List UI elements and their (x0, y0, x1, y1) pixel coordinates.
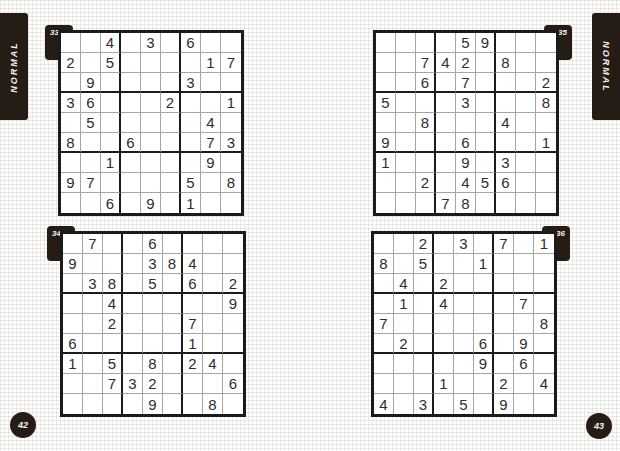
sudoku-cell-empty[interactable] (63, 314, 83, 334)
sudoku-cell-empty[interactable] (514, 274, 534, 294)
sudoku-cell-empty[interactable] (223, 254, 243, 274)
sudoku-cell-empty[interactable] (396, 113, 416, 133)
book-spread: NORMAL NORMAL 33 43625179336215486731997… (0, 0, 620, 451)
sudoku-cell-empty[interactable] (163, 334, 183, 354)
sudoku-cell-empty[interactable] (496, 133, 516, 153)
sudoku-cell-empty[interactable] (416, 93, 436, 113)
sudoku-cell-empty[interactable] (161, 53, 181, 73)
sudoku-cell-empty[interactable] (121, 153, 141, 173)
sudoku-cell-empty[interactable] (376, 33, 396, 53)
sudoku-cell-empty[interactable] (221, 33, 241, 53)
sudoku-cell-given: 3 (221, 133, 241, 153)
sudoku-cell-given: 3 (123, 374, 143, 394)
sudoku-cell-empty[interactable] (63, 274, 83, 294)
sudoku-cell-given: 7 (456, 73, 476, 93)
sudoku-cell-empty[interactable] (516, 193, 536, 213)
sudoku-cell-empty[interactable] (534, 334, 554, 354)
sudoku-cell-empty[interactable] (534, 274, 554, 294)
sudoku-cell-given: 8 (143, 354, 163, 374)
sudoku-cell-empty[interactable] (221, 113, 241, 133)
sudoku-cell-empty[interactable] (494, 314, 514, 334)
sudoku-cell-given: 9 (456, 153, 476, 173)
sudoku-cell-empty[interactable] (516, 73, 536, 93)
sudoku-cell-given: 2 (223, 274, 243, 294)
difficulty-tab-right: NORMAL (592, 13, 620, 120)
sudoku-cell-empty[interactable] (203, 274, 223, 294)
sudoku-cell-given: 2 (161, 93, 181, 113)
sudoku-cell-given: 4 (534, 374, 554, 394)
difficulty-tab-left: NORMAL (0, 13, 28, 120)
sudoku-cell-empty[interactable] (161, 33, 181, 53)
sudoku-cell-empty[interactable] (434, 314, 454, 334)
page-number-right-label: 43 (594, 421, 604, 431)
sudoku-cell-given: 1 (63, 354, 83, 374)
sudoku-cell-empty[interactable] (203, 374, 223, 394)
sudoku-cell-given: 9 (63, 254, 83, 274)
sudoku-cell-empty[interactable] (121, 53, 141, 73)
sudoku-cell-given: 9 (514, 334, 534, 354)
sudoku-cell-empty[interactable] (83, 354, 103, 374)
sudoku-cell-empty[interactable] (221, 73, 241, 93)
sudoku-cell-empty[interactable] (83, 314, 103, 334)
sudoku-cell-empty[interactable] (454, 254, 474, 274)
sudoku-cell-empty[interactable] (83, 394, 103, 414)
sudoku-cell-given: 4 (203, 354, 223, 374)
sudoku-cell-empty[interactable] (103, 234, 123, 254)
sudoku-cell-empty[interactable] (163, 374, 183, 394)
sudoku-cell-empty[interactable] (454, 354, 474, 374)
sudoku-cell-empty[interactable] (163, 314, 183, 334)
sudoku-cell-empty[interactable] (181, 113, 201, 133)
sudoku-cell-empty[interactable] (396, 53, 416, 73)
sudoku-cell-given: 7 (374, 314, 394, 334)
sudoku-cell-empty[interactable] (414, 334, 434, 354)
sudoku-cell-empty[interactable] (201, 173, 221, 193)
sudoku-cell-empty[interactable] (436, 173, 456, 193)
sudoku-cell-empty[interactable] (496, 73, 516, 93)
sudoku-cell-empty[interactable] (376, 73, 396, 93)
sudoku-cell-empty[interactable] (416, 193, 436, 213)
sudoku-cell-empty[interactable] (163, 274, 183, 294)
sudoku-cell-empty[interactable] (516, 33, 536, 53)
page-number-left-label: 42 (18, 420, 28, 430)
sudoku-cell-given: 5 (103, 354, 123, 374)
sudoku-cell-empty[interactable] (203, 294, 223, 314)
sudoku-cell-empty[interactable] (474, 374, 494, 394)
sudoku-cell-empty[interactable] (181, 133, 201, 153)
puzzle-36: 36 23718514214778269961244359 (371, 231, 557, 417)
sudoku-cell-given: 4 (103, 294, 123, 314)
sudoku-cell-given: 2 (456, 53, 476, 73)
sudoku-cell-empty[interactable] (476, 153, 496, 173)
sudoku-cell-empty[interactable] (454, 374, 474, 394)
sudoku-cell-empty[interactable] (494, 334, 514, 354)
sudoku-cell-given: 5 (101, 53, 121, 73)
sudoku-cell-empty[interactable] (121, 173, 141, 193)
sudoku-cell-empty[interactable] (143, 334, 163, 354)
sudoku-cell-empty[interactable] (396, 33, 416, 53)
sudoku-cell-empty[interactable] (83, 374, 103, 394)
sudoku-cell-empty[interactable] (454, 334, 474, 354)
sudoku-cell-empty[interactable] (414, 274, 434, 294)
sudoku-cell-given: 8 (203, 394, 223, 414)
difficulty-tab-left-label: NORMAL (9, 41, 19, 93)
sudoku-cell-empty[interactable] (494, 254, 514, 274)
sudoku-cell-empty[interactable] (63, 234, 83, 254)
sudoku-cell-empty[interactable] (414, 374, 434, 394)
sudoku-cell-empty[interactable] (161, 133, 181, 153)
sudoku-cell-given: 1 (376, 153, 396, 173)
sudoku-cell-empty[interactable] (374, 294, 394, 314)
sudoku-cell-empty[interactable] (121, 93, 141, 113)
sudoku-cell-given: 1 (201, 53, 221, 73)
sudoku-cell-empty[interactable] (536, 173, 556, 193)
sudoku-cell-empty[interactable] (454, 294, 474, 314)
sudoku-cell-given: 2 (414, 234, 434, 254)
sudoku-cell-empty[interactable] (416, 133, 436, 153)
sudoku-cell-empty[interactable] (394, 234, 414, 254)
sudoku-cell-empty[interactable] (183, 294, 203, 314)
sudoku-cell-empty[interactable] (101, 133, 121, 153)
sudoku-cell-empty[interactable] (221, 153, 241, 173)
sudoku-cell-empty[interactable] (63, 294, 83, 314)
sudoku-cell-empty[interactable] (474, 314, 494, 334)
sudoku-cell-empty[interactable] (203, 234, 223, 254)
sudoku-cell-empty[interactable] (223, 354, 243, 374)
sudoku-cell-empty[interactable] (516, 173, 536, 193)
sudoku-cell-given: 7 (183, 314, 203, 334)
puzzle-34: 34 7693843856249276115824732698 (60, 231, 246, 417)
sudoku-cell-empty[interactable] (396, 153, 416, 173)
sudoku-cell-empty[interactable] (414, 314, 434, 334)
sudoku-cell-empty[interactable] (63, 374, 83, 394)
sudoku-cell-given: 6 (416, 73, 436, 93)
sudoku-cell-given: 2 (536, 73, 556, 93)
sudoku-cell-empty[interactable] (476, 93, 496, 113)
sudoku-cell-given: 1 (474, 254, 494, 274)
sudoku-cell-empty[interactable] (81, 193, 101, 213)
sudoku-cell-empty[interactable] (534, 394, 554, 414)
sudoku-cell-given: 7 (221, 53, 241, 73)
sudoku-cell-empty[interactable] (161, 173, 181, 193)
sudoku-cell-given: 1 (434, 374, 454, 394)
sudoku-cell-empty[interactable] (536, 53, 556, 73)
sudoku-cell-empty[interactable] (101, 73, 121, 93)
sudoku-cell-given: 4 (183, 254, 203, 274)
sudoku-cell-given: 7 (81, 173, 101, 193)
sudoku-cell-empty[interactable] (434, 394, 454, 414)
sudoku-cell-empty[interactable] (514, 314, 534, 334)
sudoku-cell-given: 6 (81, 93, 101, 113)
sudoku-cell-empty[interactable] (101, 113, 121, 133)
sudoku-cell-empty[interactable] (414, 354, 434, 374)
sudoku-cell-empty[interactable] (374, 354, 394, 374)
sudoku-cell-empty[interactable] (496, 193, 516, 213)
sudoku-cell-given: 8 (374, 254, 394, 274)
sudoku-cell-empty[interactable] (83, 334, 103, 354)
sudoku-cell-empty[interactable] (141, 153, 161, 173)
sudoku-cell-empty[interactable] (101, 93, 121, 113)
sudoku-cell-empty[interactable] (536, 33, 556, 53)
sudoku-cell-empty[interactable] (201, 73, 221, 93)
sudoku-cell-empty[interactable] (121, 113, 141, 133)
sudoku-cell-given: 6 (183, 274, 203, 294)
sudoku-cell-empty[interactable] (494, 294, 514, 314)
sudoku-cell-empty[interactable] (374, 274, 394, 294)
sudoku-cell-given: 4 (436, 53, 456, 73)
sudoku-cell-given: 4 (394, 274, 414, 294)
sudoku-cell-empty[interactable] (416, 33, 436, 53)
sudoku-cell-empty[interactable] (201, 93, 221, 113)
sudoku-grid-35: 59742867253884961193245678 (373, 30, 559, 216)
sudoku-cell-empty[interactable] (434, 254, 454, 274)
sudoku-cell-empty[interactable] (476, 53, 496, 73)
sudoku-cell-empty[interactable] (514, 374, 534, 394)
sudoku-cell-empty[interactable] (376, 113, 396, 133)
puzzle-number: 36 (556, 229, 565, 238)
sudoku-cell-empty[interactable] (394, 254, 414, 274)
sudoku-cell-empty[interactable] (514, 254, 534, 274)
sudoku-cell-empty[interactable] (396, 93, 416, 113)
sudoku-cell-empty[interactable] (474, 294, 494, 314)
sudoku-cell-given: 2 (416, 173, 436, 193)
sudoku-cell-empty[interactable] (394, 374, 414, 394)
sudoku-cell-empty[interactable] (396, 173, 416, 193)
sudoku-cell-empty[interactable] (123, 294, 143, 314)
sudoku-cell-empty[interactable] (516, 153, 536, 173)
sudoku-cell-empty[interactable] (436, 113, 456, 133)
sudoku-cell-empty[interactable] (494, 274, 514, 294)
sudoku-cell-empty[interactable] (474, 394, 494, 414)
sudoku-cell-empty[interactable] (223, 334, 243, 354)
sudoku-cell-given: 3 (496, 153, 516, 173)
sudoku-cell-empty[interactable] (396, 133, 416, 153)
sudoku-cell-empty[interactable] (103, 334, 123, 354)
sudoku-cell-empty[interactable] (163, 354, 183, 374)
sudoku-cell-empty[interactable] (514, 394, 534, 414)
sudoku-cell-empty[interactable] (514, 234, 534, 254)
sudoku-cell-empty[interactable] (454, 314, 474, 334)
sudoku-cell-empty[interactable] (123, 354, 143, 374)
sudoku-cell-empty[interactable] (141, 73, 161, 93)
sudoku-cell-empty[interactable] (123, 254, 143, 274)
sudoku-cell-given: 6 (474, 334, 494, 354)
sudoku-cell-empty[interactable] (376, 173, 396, 193)
sudoku-cell-empty[interactable] (81, 153, 101, 173)
sudoku-cell-empty[interactable] (496, 93, 516, 113)
sudoku-cell-empty[interactable] (474, 274, 494, 294)
sudoku-cell-given: 2 (494, 374, 514, 394)
sudoku-cell-empty[interactable] (516, 53, 536, 73)
sudoku-cell-empty[interactable] (81, 33, 101, 53)
sudoku-cell-empty[interactable] (61, 153, 81, 173)
sudoku-cell-given: 5 (456, 33, 476, 53)
sudoku-cell-empty[interactable] (123, 274, 143, 294)
sudoku-cell-empty[interactable] (374, 234, 394, 254)
sudoku-cell-empty[interactable] (394, 314, 414, 334)
sudoku-cell-given: 2 (103, 314, 123, 334)
sudoku-cell-given: 9 (143, 394, 163, 414)
sudoku-cell-empty[interactable] (434, 354, 454, 374)
sudoku-cell-given: 5 (81, 113, 101, 133)
sudoku-cell-empty[interactable] (181, 53, 201, 73)
sudoku-cell-empty[interactable] (536, 113, 556, 133)
sudoku-cell-empty[interactable] (181, 153, 201, 173)
sudoku-cell-empty[interactable] (434, 234, 454, 254)
sudoku-cell-empty[interactable] (183, 394, 203, 414)
sudoku-cell-empty[interactable] (61, 193, 81, 213)
sudoku-cell-empty[interactable] (203, 254, 223, 274)
sudoku-cell-given: 8 (416, 113, 436, 133)
sudoku-cell-empty[interactable] (161, 153, 181, 173)
sudoku-cell-empty[interactable] (476, 193, 496, 213)
sudoku-cell-empty[interactable] (101, 173, 121, 193)
sudoku-cell-empty[interactable] (436, 133, 456, 153)
sudoku-cell-empty[interactable] (63, 394, 83, 414)
sudoku-cell-empty[interactable] (83, 294, 103, 314)
sudoku-cell-given: 9 (376, 133, 396, 153)
sudoku-cell-empty[interactable] (534, 294, 554, 314)
sudoku-cell-empty[interactable] (476, 73, 496, 93)
sudoku-cell-empty[interactable] (123, 314, 143, 334)
sudoku-cell-empty[interactable] (396, 193, 416, 213)
sudoku-cell-empty[interactable] (141, 93, 161, 113)
sudoku-cell-empty[interactable] (143, 294, 163, 314)
sudoku-cell-given: 8 (221, 173, 241, 193)
sudoku-cell-given: 3 (414, 394, 434, 414)
sudoku-grid-34: 7693843856249276115824732698 (60, 231, 246, 417)
sudoku-cell-given: 1 (221, 93, 241, 113)
sudoku-cell-empty[interactable] (494, 354, 514, 374)
sudoku-cell-empty[interactable] (516, 93, 536, 113)
sudoku-cell-empty[interactable] (183, 374, 203, 394)
sudoku-cell-empty[interactable] (121, 193, 141, 213)
sudoku-cell-given: 7 (494, 234, 514, 254)
sudoku-cell-empty[interactable] (201, 193, 221, 213)
sudoku-cell-given: 9 (61, 173, 81, 193)
sudoku-cell-given: 5 (454, 394, 474, 414)
sudoku-cell-empty[interactable] (123, 334, 143, 354)
sudoku-cell-empty[interactable] (181, 93, 201, 113)
sudoku-cell-empty[interactable] (161, 73, 181, 93)
sudoku-cell-given: 4 (496, 113, 516, 133)
sudoku-cell-given: 8 (61, 133, 81, 153)
sudoku-cell-empty[interactable] (376, 53, 396, 73)
sudoku-cell-empty[interactable] (474, 234, 494, 254)
sudoku-cell-empty[interactable] (123, 394, 143, 414)
sudoku-cell-empty[interactable] (376, 193, 396, 213)
sudoku-cell-empty[interactable] (534, 254, 554, 274)
sudoku-cell-given: 6 (143, 234, 163, 254)
sudoku-cell-empty[interactable] (141, 133, 161, 153)
sudoku-cell-given: 2 (61, 53, 81, 73)
sudoku-cell-empty[interactable] (374, 334, 394, 354)
sudoku-cell-empty[interactable] (516, 113, 536, 133)
sudoku-cell-empty[interactable] (394, 354, 414, 374)
sudoku-cell-empty[interactable] (81, 53, 101, 73)
sudoku-cell-given: 8 (103, 274, 123, 294)
sudoku-cell-empty[interactable] (123, 234, 143, 254)
sudoku-cell-empty[interactable] (203, 314, 223, 334)
sudoku-cell-empty[interactable] (436, 73, 456, 93)
sudoku-cell-empty[interactable] (223, 314, 243, 334)
sudoku-cell-empty[interactable] (436, 153, 456, 173)
sudoku-cell-empty[interactable] (534, 354, 554, 374)
sudoku-cell-empty[interactable] (414, 294, 434, 314)
sudoku-cell-empty[interactable] (121, 33, 141, 53)
sudoku-cell-empty[interactable] (163, 294, 183, 314)
sudoku-cell-empty[interactable] (121, 73, 141, 93)
sudoku-cell-empty[interactable] (476, 113, 496, 133)
sudoku-cell-empty[interactable] (436, 33, 456, 53)
sudoku-cell-given: 7 (83, 234, 103, 254)
sudoku-cell-empty[interactable] (223, 234, 243, 254)
sudoku-cell-empty[interactable] (223, 394, 243, 414)
sudoku-cell-empty[interactable] (394, 394, 414, 414)
sudoku-cell-empty[interactable] (81, 133, 101, 153)
sudoku-cell-empty[interactable] (221, 193, 241, 213)
sudoku-cell-given: 1 (183, 334, 203, 354)
sudoku-cell-empty[interactable] (536, 193, 556, 213)
sudoku-cell-empty[interactable] (141, 173, 161, 193)
sudoku-cell-empty[interactable] (83, 254, 103, 274)
sudoku-cell-given: 2 (394, 334, 414, 354)
sudoku-cell-empty[interactable] (103, 254, 123, 274)
sudoku-cell-empty[interactable] (536, 153, 556, 173)
sudoku-cell-empty[interactable] (141, 53, 161, 73)
sudoku-cell-empty[interactable] (161, 193, 181, 213)
sudoku-cell-empty[interactable] (436, 93, 456, 113)
sudoku-cell-empty[interactable] (396, 73, 416, 93)
sudoku-cell-given: 7 (103, 374, 123, 394)
sudoku-cell-empty[interactable] (516, 133, 536, 153)
sudoku-cell-empty[interactable] (203, 334, 223, 354)
sudoku-grid-36: 23718514214778269961244359 (371, 231, 557, 417)
sudoku-cell-empty[interactable] (476, 133, 496, 153)
sudoku-cell-empty[interactable] (456, 113, 476, 133)
sudoku-cell-empty[interactable] (434, 334, 454, 354)
sudoku-cell-empty[interactable] (61, 73, 81, 93)
sudoku-cell-given: 9 (474, 354, 494, 374)
sudoku-cell-empty[interactable] (416, 153, 436, 173)
sudoku-cell-given: 6 (514, 354, 534, 374)
sudoku-cell-empty[interactable] (374, 374, 394, 394)
sudoku-cell-given: 9 (223, 294, 243, 314)
sudoku-cell-empty[interactable] (141, 113, 161, 133)
sudoku-cell-given: 1 (181, 193, 201, 213)
sudoku-cell-given: 6 (63, 334, 83, 354)
sudoku-cell-empty[interactable] (61, 33, 81, 53)
sudoku-cell-empty[interactable] (103, 394, 123, 414)
sudoku-cell-given: 4 (101, 33, 121, 53)
sudoku-cell-empty[interactable] (454, 274, 474, 294)
sudoku-cell-empty[interactable] (61, 113, 81, 133)
sudoku-cell-empty[interactable] (201, 33, 221, 53)
sudoku-cell-given: 3 (181, 73, 201, 93)
sudoku-cell-empty[interactable] (496, 33, 516, 53)
sudoku-cell-empty[interactable] (161, 113, 181, 133)
sudoku-cell-given: 7 (201, 133, 221, 153)
sudoku-cell-empty[interactable] (143, 314, 163, 334)
sudoku-cell-given: 4 (374, 394, 394, 414)
sudoku-cell-given: 9 (141, 193, 161, 213)
sudoku-cell-empty[interactable] (163, 394, 183, 414)
sudoku-cell-empty[interactable] (183, 234, 203, 254)
sudoku-cell-given: 1 (394, 294, 414, 314)
sudoku-cell-given: 6 (223, 374, 243, 394)
sudoku-cell-empty[interactable] (163, 234, 183, 254)
sudoku-cell-given: 9 (476, 33, 496, 53)
